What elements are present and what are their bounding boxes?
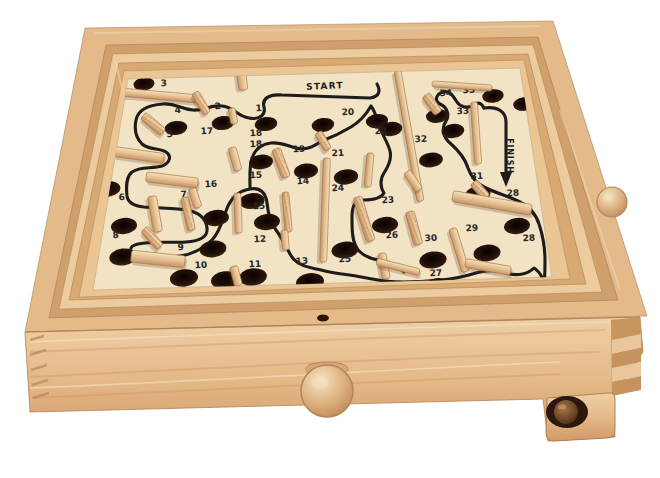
hole-number-label: 33 [456,106,469,117]
ball-highlight [558,405,566,410]
hole-number-label: 11 [248,259,261,270]
product-photo-stage: 1234567891011121314151516171818192021222… [0,0,660,478]
wooden-wall-peg [231,193,242,235]
hole-number-label: 13 [295,256,308,267]
labyrinth-game-photo: 1234567891011121314151516171818192021222… [0,0,660,478]
finger-joints [612,334,641,396]
hole-number-label: 10 [194,260,207,271]
hole-number-label: 30 [424,233,437,244]
hole-number-label: 5 [166,129,173,139]
ball [554,400,578,424]
wooden-wall-peg [278,230,290,253]
hole-number-label: 12 [253,234,266,245]
hole-number-label: 26 [385,230,398,241]
hole-number-label: 19 [292,144,305,155]
hole-number-label: 27 [429,268,442,279]
finish-label: FINISH [505,138,514,173]
hole-number-label: 22 [374,126,387,137]
hole-number-label: 32 [414,134,427,145]
hole-number-label: 17 [200,126,213,137]
hole-number-label: 8 [112,230,119,240]
hole-number-label: 15 [249,170,262,181]
start-label: START [306,80,344,91]
hole-number-label: 6 [118,192,125,202]
side-knob-highlight [603,193,613,201]
hole-number-label: 16 [204,179,217,190]
hole-number-label: 28 [522,233,535,244]
hole-number-label: 14 [296,176,309,187]
hole-number-label: 2 [214,101,221,111]
front-knob[interactable] [301,362,353,417]
side-knob[interactable] [597,187,627,217]
hole-number-label: 18 [249,139,262,150]
hole-number-label: 3 [160,78,167,88]
ball-tray [546,393,615,441]
hole-number-label: 15 [252,201,265,212]
front-rim-ball-hole [317,315,329,322]
hole-number-label: 4 [174,105,181,115]
hole-number-label: 24 [331,183,344,194]
hole-number-label: 21 [331,148,344,159]
hole-number-label: 25 [338,254,351,265]
hole-number-label: 20 [341,107,354,118]
hole-number-label: 31 [470,171,483,182]
hole-number-label: 18 [249,128,262,139]
hole-number-label: 1 [255,103,262,113]
hole-number-label: 23 [381,195,394,206]
hole-number-label: 28 [506,188,519,199]
hole-number-label: 29 [465,223,478,234]
front-knob-highlight [311,377,329,389]
hole-number-label: 9 [177,242,184,252]
